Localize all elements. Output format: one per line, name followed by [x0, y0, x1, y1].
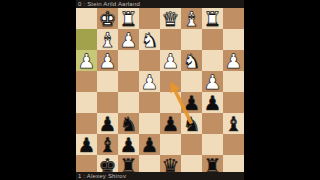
square-h5[interactable]: [76, 92, 97, 113]
bottom-player-label: 1 : Alexey Shirov: [76, 173, 126, 179]
square-e6[interactable]: [139, 113, 160, 134]
top-player-bar: 0 : Stein Arild Aarland: [76, 0, 244, 8]
white-queen[interactable]: ♛: [160, 8, 181, 29]
square-b6[interactable]: [202, 113, 223, 134]
square-a1[interactable]: [223, 8, 244, 29]
left-black-bar: [0, 0, 76, 180]
black-bishop[interactable]: ♝: [223, 113, 244, 134]
black-bishop[interactable]: ♝: [97, 134, 118, 155]
square-c3[interactable]: ♞: [181, 50, 202, 71]
top-player-label: 0 : Stein Arild Aarland: [76, 1, 140, 7]
square-f6[interactable]: ♞: [118, 113, 139, 134]
square-a4[interactable]: [223, 71, 244, 92]
square-g1[interactable]: ♚: [97, 8, 118, 29]
square-d2[interactable]: [160, 29, 181, 50]
black-pawn[interactable]: ♟: [139, 134, 160, 155]
square-f5[interactable]: [118, 92, 139, 113]
square-a6[interactable]: ♝: [223, 113, 244, 134]
square-c6[interactable]: ♞: [181, 113, 202, 134]
white-rook[interactable]: ♜: [202, 8, 223, 29]
chess-board[interactable]: ♚♜♛♝♜♝♟♞♟♟♟♞♟♟♟♟♟♟♞♟♞♝♟♝♟♟♚♜♛♜: [76, 8, 244, 176]
square-h1[interactable]: [76, 8, 97, 29]
white-rook[interactable]: ♜: [118, 8, 139, 29]
square-g2[interactable]: ♝: [97, 29, 118, 50]
white-bishop[interactable]: ♝: [97, 29, 118, 50]
square-a5[interactable]: [223, 92, 244, 113]
square-b4[interactable]: ♟: [202, 71, 223, 92]
bottom-player-bar: 1 : Alexey Shirov: [76, 172, 244, 180]
square-c7[interactable]: [181, 134, 202, 155]
square-d3[interactable]: ♟: [160, 50, 181, 71]
white-king[interactable]: ♚: [97, 8, 118, 29]
white-pawn[interactable]: ♟: [223, 50, 244, 71]
square-c5[interactable]: ♟: [181, 92, 202, 113]
white-pawn[interactable]: ♟: [202, 71, 223, 92]
black-pawn[interactable]: ♟: [76, 134, 97, 155]
square-d5[interactable]: [160, 92, 181, 113]
square-e7[interactable]: ♟: [139, 134, 160, 155]
white-pawn[interactable]: ♟: [160, 50, 181, 71]
square-f2[interactable]: ♟: [118, 29, 139, 50]
black-pawn[interactable]: ♟: [160, 113, 181, 134]
white-pawn[interactable]: ♟: [97, 50, 118, 71]
square-f4[interactable]: [118, 71, 139, 92]
square-g7[interactable]: ♝: [97, 134, 118, 155]
right-black-bar: [244, 0, 320, 180]
square-e3[interactable]: [139, 50, 160, 71]
square-h2[interactable]: [76, 29, 97, 50]
square-b3[interactable]: [202, 50, 223, 71]
square-e4[interactable]: ♟: [139, 71, 160, 92]
square-b5[interactable]: ♟: [202, 92, 223, 113]
square-d4[interactable]: [160, 71, 181, 92]
square-d7[interactable]: [160, 134, 181, 155]
square-f3[interactable]: [118, 50, 139, 71]
black-pawn[interactable]: ♟: [181, 92, 202, 113]
square-c2[interactable]: [181, 29, 202, 50]
white-pawn[interactable]: ♟: [118, 29, 139, 50]
square-d1[interactable]: ♛: [160, 8, 181, 29]
white-knight[interactable]: ♞: [181, 50, 202, 71]
square-e2[interactable]: ♞: [139, 29, 160, 50]
square-g4[interactable]: [97, 71, 118, 92]
square-g3[interactable]: ♟: [97, 50, 118, 71]
square-h6[interactable]: [76, 113, 97, 134]
black-pawn[interactable]: ♟: [202, 92, 223, 113]
square-b7[interactable]: [202, 134, 223, 155]
black-pawn[interactable]: ♟: [118, 134, 139, 155]
square-h3[interactable]: ♟: [76, 50, 97, 71]
square-a2[interactable]: [223, 29, 244, 50]
square-h7[interactable]: ♟: [76, 134, 97, 155]
white-pawn[interactable]: ♟: [76, 50, 97, 71]
black-pawn[interactable]: ♟: [97, 113, 118, 134]
square-d6[interactable]: ♟: [160, 113, 181, 134]
black-knight[interactable]: ♞: [181, 113, 202, 134]
square-f7[interactable]: ♟: [118, 134, 139, 155]
chess-app-screen: 0 : Stein Arild Aarland ♚♜♛♝♜♝♟♞♟♟♟♞♟♟♟♟…: [0, 0, 320, 180]
square-b2[interactable]: [202, 29, 223, 50]
square-b1[interactable]: ♜: [202, 8, 223, 29]
square-e1[interactable]: [139, 8, 160, 29]
square-e5[interactable]: [139, 92, 160, 113]
black-knight[interactable]: ♞: [118, 113, 139, 134]
white-pawn[interactable]: ♟: [139, 71, 160, 92]
square-g5[interactable]: [97, 92, 118, 113]
square-a7[interactable]: [223, 134, 244, 155]
square-a3[interactable]: ♟: [223, 50, 244, 71]
square-g6[interactable]: ♟: [97, 113, 118, 134]
square-f1[interactable]: ♜: [118, 8, 139, 29]
square-h4[interactable]: [76, 71, 97, 92]
square-c4[interactable]: [181, 71, 202, 92]
square-c1[interactable]: ♝: [181, 8, 202, 29]
white-knight[interactable]: ♞: [139, 29, 160, 50]
white-bishop[interactable]: ♝: [181, 8, 202, 29]
